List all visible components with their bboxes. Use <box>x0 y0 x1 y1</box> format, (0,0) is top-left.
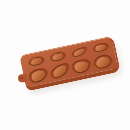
chocolate-mold <box>19 35 121 91</box>
cavity-grid <box>26 40 114 85</box>
mold-cavity-gem-heart <box>71 58 93 76</box>
mold-cavity-animal <box>28 55 45 67</box>
mold-cavity-strawberry <box>28 67 50 85</box>
mold-cavity-animal <box>49 51 66 63</box>
mold-cavity-shell <box>92 42 109 54</box>
photo-canvas <box>0 0 130 130</box>
mold-cavity-heart <box>92 53 114 71</box>
mold-cavity-leaf <box>71 46 88 58</box>
mold-cavity-leaf <box>49 62 71 80</box>
hanging-tab <box>18 74 28 83</box>
